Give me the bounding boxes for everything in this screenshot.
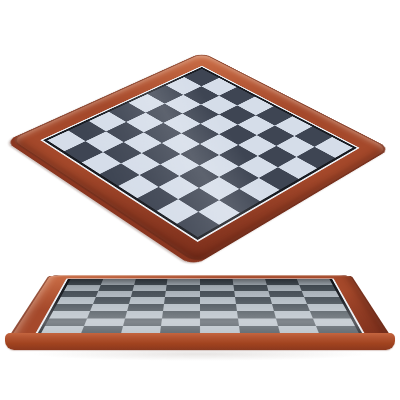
board-square bbox=[235, 297, 272, 304]
board-square bbox=[161, 318, 200, 326]
board-square bbox=[90, 304, 129, 311]
board-square bbox=[45, 318, 87, 326]
board-square bbox=[122, 318, 162, 326]
wooden-frame bbox=[6, 275, 394, 341]
board-square bbox=[162, 311, 200, 318]
board-square bbox=[307, 304, 347, 311]
board-square bbox=[200, 318, 239, 326]
product-photo-scene bbox=[0, 0, 400, 400]
board-square bbox=[84, 318, 125, 326]
board-square bbox=[200, 304, 237, 311]
board-square bbox=[273, 311, 313, 318]
board-grid bbox=[47, 69, 352, 237]
board-square bbox=[53, 304, 93, 311]
board-square bbox=[200, 311, 238, 318]
board-square bbox=[305, 297, 343, 304]
board-square bbox=[236, 304, 274, 311]
board-grid bbox=[40, 279, 359, 334]
chessboard-top-view bbox=[9, 52, 391, 264]
board-face bbox=[34, 279, 366, 336]
board-face bbox=[40, 66, 360, 242]
chessboard-side-view bbox=[6, 275, 394, 341]
board-square bbox=[129, 297, 166, 304]
board-square bbox=[163, 304, 200, 311]
board-square bbox=[127, 304, 165, 311]
wooden-frame bbox=[9, 52, 391, 264]
board-square bbox=[164, 297, 200, 304]
drop-shadow bbox=[30, 347, 370, 361]
board-square bbox=[313, 318, 355, 326]
board-square bbox=[125, 311, 164, 318]
board-square bbox=[270, 297, 308, 304]
board-square bbox=[93, 297, 131, 304]
board-square bbox=[200, 297, 236, 304]
board-square bbox=[310, 311, 351, 318]
board-square bbox=[87, 311, 127, 318]
board-square bbox=[275, 318, 316, 326]
board-square bbox=[238, 318, 278, 326]
board-square bbox=[57, 297, 95, 304]
board-square bbox=[272, 304, 311, 311]
board-square bbox=[49, 311, 90, 318]
board-square bbox=[237, 311, 276, 318]
